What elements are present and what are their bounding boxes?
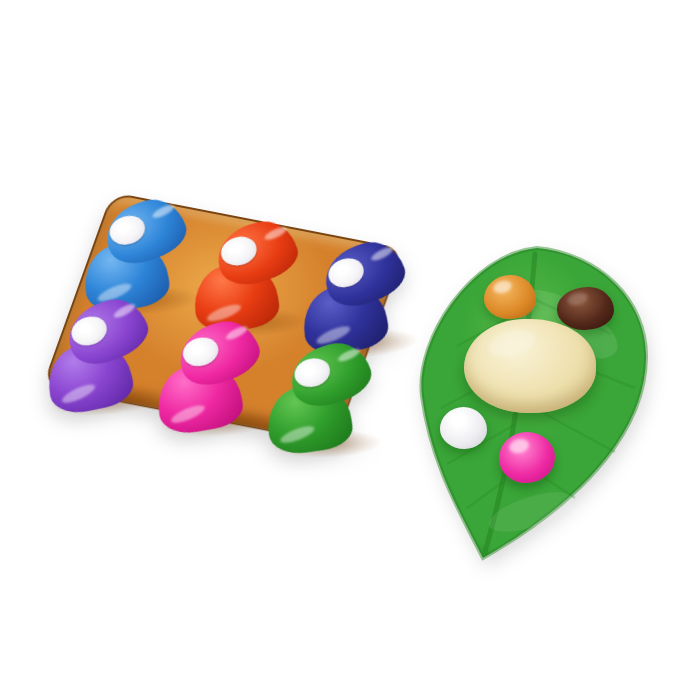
food-rice-mound bbox=[464, 319, 596, 413]
food-orange-ball bbox=[484, 275, 536, 319]
doll-pawn-magenta bbox=[152, 321, 269, 433]
doll-pawn-blue bbox=[79, 200, 196, 312]
doll-pawn-navy bbox=[298, 242, 415, 354]
doll-pawn-purple bbox=[40, 298, 161, 413]
doll-pawn-green bbox=[265, 345, 379, 453]
doll-pawn-red bbox=[191, 223, 305, 331]
food-white-ball bbox=[440, 407, 487, 449]
leaf-plate bbox=[413, 240, 655, 572]
doll-board bbox=[42, 192, 405, 444]
board-cell-r2c3 bbox=[262, 341, 407, 463]
food-brown-ball bbox=[557, 287, 614, 330]
food-pink-ball bbox=[499, 432, 555, 483]
board-grid bbox=[42, 192, 405, 444]
product-photo-scene bbox=[0, 0, 700, 700]
